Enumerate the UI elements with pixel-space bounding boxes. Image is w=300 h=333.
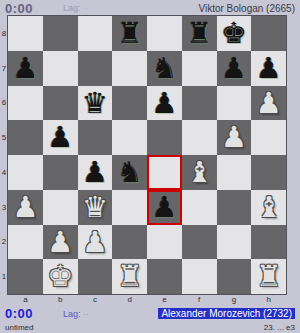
square-g8[interactable]: ♚ [217,16,252,51]
file-label-a: a [8,294,43,305]
square-c3[interactable]: ♛ [78,190,113,225]
file-label-h: h [251,294,286,305]
chess-board: ♜♜♚♟♞♟♟♛♟♟♟♟♟♞♝♟♛♟♝♟♟♚♜♜ [8,16,286,294]
square-c8[interactable] [78,16,113,51]
square-f5[interactable] [182,120,217,155]
square-a7[interactable]: ♟ [8,51,43,86]
square-h5[interactable] [251,120,286,155]
square-e2[interactable] [147,225,182,260]
last-move-label: 23. ... e3 [264,323,295,332]
rank-label-3: 3 [0,190,8,225]
white-queen-piece: ♛ [82,190,108,225]
file-label-e: e [147,294,182,305]
black-knight-piece: ♞ [117,155,143,190]
rank-label-5: 5 [0,120,8,155]
square-a4[interactable] [8,155,43,190]
square-d6[interactable] [112,86,147,121]
top-player-lag: Lag: ·· [63,3,88,13]
white-pawn-piece: ♟ [47,225,73,260]
square-e3[interactable]: ♟ [147,190,182,225]
square-e8[interactable] [147,16,182,51]
square-f2[interactable] [182,225,217,260]
square-h8[interactable] [251,16,286,51]
square-c6[interactable]: ♛ [78,86,113,121]
black-rook-piece: ♜ [186,16,212,51]
square-g1[interactable] [217,259,252,294]
rank-label-2: 2 [0,225,8,260]
square-h2[interactable] [251,225,286,260]
white-king-piece: ♚ [47,259,73,294]
square-a1[interactable] [8,259,43,294]
file-label-b: b [43,294,78,305]
top-player-bar: 0:00 Lag: ·· Viktor Bologan (2665) [0,0,300,16]
square-e5[interactable] [147,120,182,155]
square-a3[interactable]: ♟ [8,190,43,225]
square-g4[interactable] [217,155,252,190]
time-control-label: untimed [5,323,33,332]
top-player-name: Viktor Bologan (2665) [198,3,295,14]
rank-label-7: 7 [0,51,8,86]
square-c7[interactable] [78,51,113,86]
square-b8[interactable] [43,16,78,51]
rank-labels: 87654321 [0,16,8,294]
square-h3[interactable]: ♝ [251,190,286,225]
white-rook-piece: ♜ [117,259,143,294]
square-f8[interactable]: ♜ [182,16,217,51]
square-e1[interactable] [147,259,182,294]
square-f4[interactable]: ♝ [182,155,217,190]
square-b6[interactable] [43,86,78,121]
board-area: 87654321 ♜♜♚♟♞♟♟♛♟♟♟♟♟♞♝♟♛♟♝♟♟♚♜♜ [0,16,300,294]
white-pawn-piece: ♟ [82,225,108,260]
square-e4[interactable] [147,155,182,190]
file-label-g: g [217,294,252,305]
file-labels: abcdefgh [8,294,286,305]
file-label-f: f [182,294,217,305]
white-rook-piece: ♜ [256,259,282,294]
square-a8[interactable] [8,16,43,51]
top-lag-value: ·· [83,4,88,13]
square-d3[interactable] [112,190,147,225]
black-pawn-piece: ♟ [12,51,38,86]
black-king-piece: ♚ [221,16,247,51]
square-d4[interactable]: ♞ [112,155,147,190]
black-knight-piece: ♞ [151,51,177,86]
square-g7[interactable]: ♟ [217,51,252,86]
square-f7[interactable] [182,51,217,86]
square-b4[interactable] [43,155,78,190]
rank-label-8: 8 [0,16,8,51]
square-a2[interactable] [8,225,43,260]
black-pawn-piece: ♟ [82,155,108,190]
file-label-d: d [112,294,147,305]
square-a5[interactable] [8,120,43,155]
bottom-player-lag: Lag: ·· [63,309,88,319]
square-h4[interactable] [251,155,286,190]
square-h1[interactable]: ♜ [251,259,286,294]
square-b5[interactable]: ♟ [43,120,78,155]
white-bishop-piece: ♝ [256,190,282,225]
black-pawn-piece: ♟ [221,51,247,86]
black-rook-piece: ♜ [117,16,143,51]
black-queen-piece: ♛ [82,86,108,121]
square-b7[interactable] [43,51,78,86]
square-g6[interactable] [217,86,252,121]
square-e6[interactable]: ♟ [147,86,182,121]
status-bar: untimed 23. ... e3 [0,322,300,333]
rank-label-6: 6 [0,86,8,121]
square-d7[interactable] [112,51,147,86]
square-d2[interactable] [112,225,147,260]
square-c5[interactable] [78,120,113,155]
bottom-player-clock: 0:00 [5,306,33,321]
bottom-lag-value: ·· [83,310,88,319]
square-g5[interactable]: ♟ [217,120,252,155]
black-pawn-piece: ♟ [256,51,282,86]
file-label-c: c [78,294,113,305]
square-h6[interactable]: ♟ [251,86,286,121]
white-bishop-piece: ♝ [186,155,212,190]
bottom-player-name: Alexander Morozevich (2732) [158,308,295,319]
black-pawn-piece: ♟ [47,120,73,155]
square-g3[interactable] [217,190,252,225]
square-f3[interactable] [182,190,217,225]
white-pawn-piece: ♟ [12,190,38,225]
rank-label-4: 4 [0,155,8,190]
square-f6[interactable] [182,86,217,121]
top-player-clock: 0:00 [5,1,33,16]
square-g2[interactable] [217,225,252,260]
square-e7[interactable]: ♞ [147,51,182,86]
square-c4[interactable]: ♟ [78,155,113,190]
square-b2[interactable]: ♟ [43,225,78,260]
square-d5[interactable] [112,120,147,155]
square-a6[interactable] [8,86,43,121]
square-d8[interactable]: ♜ [112,16,147,51]
white-pawn-piece: ♟ [221,120,247,155]
white-pawn-piece: ♟ [256,86,282,121]
bottom-player-bar: 0:00 Lag: ·· Alexander Morozevich (2732) [0,305,300,322]
square-b3[interactable] [43,190,78,225]
square-f1[interactable] [182,259,217,294]
square-c1[interactable] [78,259,113,294]
square-d1[interactable]: ♜ [112,259,147,294]
black-pawn-piece: ♟ [151,190,177,225]
rank-label-1: 1 [0,259,8,294]
square-c2[interactable]: ♟ [78,225,113,260]
black-pawn-piece: ♟ [151,86,177,121]
square-h7[interactable]: ♟ [251,51,286,86]
square-b1[interactable]: ♚ [43,259,78,294]
